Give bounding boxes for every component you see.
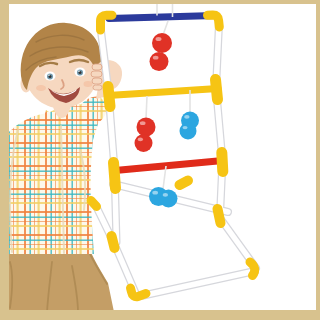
- bola-ball-blue: [180, 123, 197, 140]
- base-front-bar: [141, 271, 255, 296]
- frame-left: [0, 0, 9, 320]
- middle-rung-yellow: [108, 89, 218, 96]
- ball-highlight: [184, 115, 189, 119]
- top-rung-blue: [109, 16, 215, 19]
- joint-right-base: [218, 209, 221, 223]
- scene-canvas: [0, 0, 320, 320]
- elbow-front-right: [250, 262, 255, 276]
- bola-string: [163, 21, 168, 35]
- elbow-back-mid: [180, 181, 189, 186]
- pipes-white: [96, 24, 256, 296]
- boy-pants: [4, 250, 114, 312]
- elbow-top-left: [101, 15, 113, 30]
- frame-bottom: [0, 310, 320, 320]
- bola-ball-red: [152, 33, 172, 53]
- product-photo: [0, 0, 320, 320]
- bola-ball-blue: [160, 190, 178, 208]
- ball-highlight: [163, 193, 168, 197]
- frame-right: [316, 0, 320, 320]
- blush: [84, 81, 93, 87]
- joint-left-base: [112, 236, 115, 248]
- bola-string: [146, 96, 147, 119]
- tee-middle-left: [108, 87, 110, 107]
- bottom-rung-red: [115, 161, 223, 171]
- ball-highlight: [182, 126, 187, 129]
- frame-top: [0, 0, 320, 4]
- bola-ball-red: [135, 134, 153, 152]
- ladder-toss-set: [91, 0, 256, 297]
- blush: [36, 85, 46, 91]
- bola-ball-red: [150, 52, 169, 71]
- elbow-stub-end: [91, 201, 97, 207]
- tee-middle-right: [216, 80, 218, 100]
- ball-highlight: [138, 138, 143, 142]
- ball-highlight: [153, 56, 159, 60]
- ball-highlight: [140, 121, 146, 125]
- elbow-top-right: [208, 15, 220, 27]
- ball-highlight: [152, 191, 158, 195]
- bola-ball-red: [137, 118, 156, 137]
- tee-bottom-left: [114, 163, 116, 189]
- ball-highlight: [156, 37, 162, 41]
- tee-bottom-right: [222, 153, 223, 172]
